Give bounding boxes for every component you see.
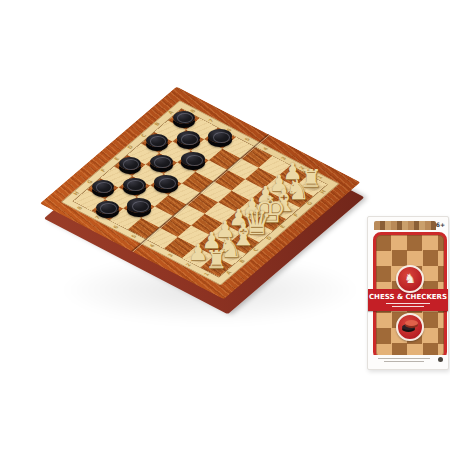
checker-groove-ring [186, 155, 203, 166]
checker-groove-ring [213, 132, 230, 143]
checker-groove-ring [100, 203, 117, 214]
checker-groove-ring [123, 159, 139, 169]
box-title: CHESS & CHECKERS [368, 293, 448, 301]
checker-groove-ring [154, 157, 171, 168]
product-photo-scene: AHBGCFDEEDFCGBHA8877665544332211 ♜♞♝♛♚♝♞… [0, 0, 450, 450]
black-checker-c7 [123, 178, 146, 192]
black-checker-g7 [177, 131, 200, 145]
age-recommendation-label: 6+ [436, 221, 445, 228]
box-subtitle-line [386, 303, 430, 304]
black-checker-f8 [146, 134, 168, 147]
white-rook-a1: ♜ [205, 248, 227, 273]
box-top-board-photo [374, 221, 436, 230]
black-checker-b8 [92, 180, 114, 193]
knight-icon: ♞ [396, 265, 424, 293]
fineprint-line [384, 361, 424, 362]
product-box: 6+ CHESS & CHECKERS ♞ [367, 216, 449, 370]
box-subtitle-line [392, 306, 424, 307]
checker-groove-ring [150, 136, 166, 146]
checker-groove-ring [159, 178, 176, 189]
checker-groove-ring [96, 182, 112, 192]
logo-dot-icon [438, 357, 443, 362]
checker-groove-ring [132, 201, 149, 212]
black-checker-b6 [127, 198, 151, 212]
fineprint-line [378, 358, 430, 359]
checker-disc-red-icon [405, 320, 418, 326]
box-fineprint-strip [368, 355, 448, 367]
black-checker-h8 [173, 111, 195, 124]
black-checker-d8 [119, 157, 141, 170]
checkers-icon [396, 313, 424, 341]
black-checker-e7 [150, 155, 173, 169]
checker-groove-ring [127, 180, 144, 191]
checker-groove-ring [181, 134, 198, 145]
checker-groove-ring [177, 113, 193, 123]
